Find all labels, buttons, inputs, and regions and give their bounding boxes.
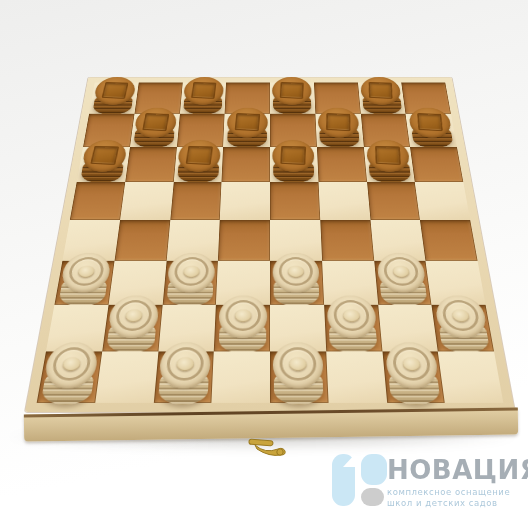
dark-piece[interactable] bbox=[182, 77, 224, 115]
light-piece[interactable] bbox=[105, 296, 160, 354]
board-frame bbox=[25, 77, 515, 412]
board-square bbox=[374, 261, 432, 305]
board-square bbox=[214, 304, 270, 351]
board-square bbox=[270, 352, 328, 403]
board-square bbox=[89, 83, 138, 114]
piece-top bbox=[273, 77, 313, 105]
board-square bbox=[218, 220, 270, 261]
board-square bbox=[223, 114, 270, 147]
light-piece[interactable] bbox=[376, 253, 429, 306]
board-square bbox=[270, 83, 315, 114]
dark-piece[interactable] bbox=[407, 107, 454, 147]
board-square bbox=[173, 147, 223, 182]
dark-piece[interactable] bbox=[366, 140, 413, 183]
board-square bbox=[363, 147, 415, 182]
board-square bbox=[120, 182, 173, 220]
brass-clasp-icon bbox=[245, 436, 291, 464]
dark-piece[interactable] bbox=[360, 77, 404, 115]
dark-piece[interactable] bbox=[176, 140, 221, 183]
light-piece[interactable] bbox=[327, 296, 379, 354]
board-square bbox=[212, 352, 270, 403]
board-square bbox=[382, 352, 445, 403]
light-piece[interactable] bbox=[217, 296, 267, 354]
light-piece[interactable] bbox=[40, 342, 100, 404]
piece-top bbox=[226, 107, 267, 137]
brand-tagline: комплексное оснащение школ и детских сад… bbox=[387, 487, 528, 510]
board-square bbox=[315, 114, 363, 147]
dark-piece[interactable] bbox=[92, 77, 137, 115]
dark-piece[interactable] bbox=[273, 140, 316, 183]
board-square bbox=[324, 304, 382, 351]
board-square bbox=[420, 220, 477, 261]
board bbox=[37, 83, 504, 403]
brand-tagline-line2: школ и детских садов bbox=[387, 498, 528, 509]
light-piece[interactable] bbox=[273, 342, 325, 404]
board-square bbox=[70, 182, 125, 220]
board-square bbox=[410, 147, 463, 182]
board-square bbox=[55, 261, 115, 305]
light-piece[interactable] bbox=[434, 296, 492, 354]
board-square bbox=[367, 182, 420, 220]
light-piece[interactable] bbox=[57, 253, 112, 306]
board-square bbox=[317, 147, 367, 182]
board-square bbox=[114, 220, 170, 261]
board-square bbox=[153, 352, 214, 403]
dark-piece[interactable] bbox=[318, 107, 361, 147]
board-square bbox=[170, 182, 222, 220]
piece-top bbox=[273, 140, 315, 172]
dark-piece[interactable] bbox=[132, 107, 177, 147]
board-square bbox=[320, 220, 374, 261]
board-square bbox=[318, 182, 370, 220]
light-piece[interactable] bbox=[165, 253, 215, 306]
brand-tagline-line1: комплексное оснащение bbox=[387, 487, 528, 498]
board-square bbox=[222, 147, 270, 182]
dark-piece[interactable] bbox=[273, 77, 313, 115]
board-square bbox=[37, 352, 102, 403]
board-square bbox=[180, 83, 227, 114]
board-square bbox=[270, 147, 318, 182]
board-square bbox=[220, 182, 270, 220]
board-square bbox=[95, 352, 158, 403]
light-piece[interactable] bbox=[157, 342, 212, 404]
product-photo: НОВАЦИЯ комплексное оснащение школ и дет… bbox=[0, 0, 528, 528]
piece-top bbox=[218, 296, 267, 339]
dark-piece[interactable] bbox=[226, 107, 268, 147]
piece-top bbox=[318, 107, 360, 137]
board-square bbox=[432, 304, 494, 351]
board-square bbox=[102, 304, 162, 351]
board-square bbox=[130, 114, 180, 147]
brand-text-block: НОВАЦИЯ комплексное оснащение школ и дет… bbox=[387, 457, 528, 510]
board-square bbox=[438, 352, 503, 403]
dark-piece[interactable] bbox=[79, 140, 128, 183]
light-piece[interactable] bbox=[273, 253, 321, 306]
brand-logo: НОВАЦИЯ комплексное оснащение школ и дет… bbox=[331, 451, 527, 517]
board-square bbox=[162, 261, 218, 305]
board-square bbox=[270, 261, 324, 305]
board-perspective-wrap bbox=[25, 77, 515, 412]
board-square bbox=[77, 147, 130, 182]
board-square bbox=[358, 83, 406, 114]
novation-h-icon bbox=[331, 451, 389, 515]
board-square bbox=[415, 182, 470, 220]
light-piece[interactable] bbox=[384, 342, 442, 404]
board-square bbox=[270, 182, 320, 220]
brand-name: НОВАЦИЯ bbox=[387, 457, 528, 483]
board-square bbox=[406, 114, 457, 147]
board-square bbox=[326, 352, 387, 403]
board-square bbox=[125, 147, 177, 182]
